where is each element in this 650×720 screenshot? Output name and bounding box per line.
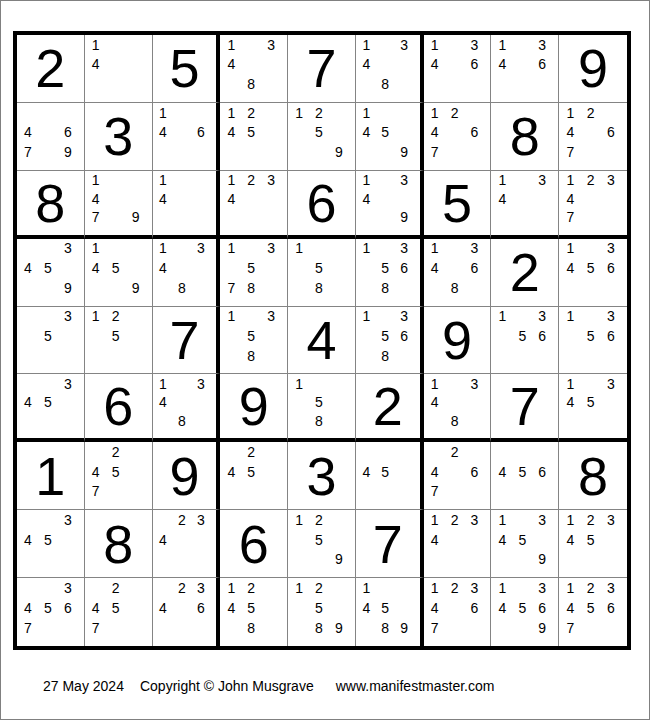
pencil-mark-4: 4 — [431, 601, 439, 615]
solved-digit: 8 — [510, 109, 540, 163]
cell-r7c1[interactable]: 1 — [17, 442, 85, 510]
cell-r1c3[interactable]: 5 — [153, 35, 221, 103]
pencil-mark-5: 5 — [315, 125, 323, 139]
pencil-mark-5: 5 — [44, 601, 52, 615]
cell-r6c3[interactable]: 1348 — [153, 374, 221, 442]
cell-r3c2[interactable]: 1479 — [85, 171, 153, 239]
pencil-marks: 1479 — [85, 171, 152, 235]
cell-r2c4[interactable]: 1245 — [220, 103, 288, 171]
pencil-mark-8: 8 — [247, 621, 255, 635]
pencil-mark-2: 2 — [112, 309, 120, 323]
cell-r3c7[interactable]: 5 — [424, 171, 492, 239]
cell-r7c3[interactable]: 9 — [153, 442, 221, 510]
pencil-mark-8: 8 — [381, 77, 389, 91]
pencil-mark-7: 7 — [566, 621, 574, 635]
cell-r6c2[interactable]: 6 — [85, 374, 153, 442]
pencil-mark-3: 3 — [607, 309, 615, 323]
pencil-mark-4: 4 — [362, 601, 370, 615]
pencil-mark-4: 4 — [566, 192, 574, 206]
pencil-mark-8: 8 — [247, 77, 255, 91]
pencil-mark-1: 1 — [295, 581, 303, 595]
pencil-mark-1: 1 — [362, 309, 370, 323]
cell-r4c7[interactable]: 13468 — [424, 239, 492, 307]
pencil-mark-6: 6 — [607, 261, 615, 275]
cell-r3c5[interactable]: 6 — [288, 171, 356, 239]
pencil-mark-9: 9 — [400, 210, 408, 224]
pencil-mark-4: 4 — [566, 395, 574, 409]
pencil-mark-5: 5 — [381, 465, 389, 479]
cell-r9c3[interactable]: 2346 — [153, 578, 221, 646]
pencil-mark-9: 9 — [538, 621, 546, 635]
pencil-mark-1: 1 — [566, 241, 574, 255]
cell-r7c9[interactable]: 8 — [559, 442, 627, 510]
pencil-mark-2: 2 — [451, 513, 459, 527]
pencil-mark-5: 5 — [112, 329, 120, 343]
pencil-mark-1: 1 — [227, 581, 235, 595]
pencil-mark-4: 4 — [362, 192, 370, 206]
pencil-mark-6: 6 — [400, 329, 408, 343]
solved-digit: 6 — [306, 176, 336, 230]
pencil-marks: 14 — [153, 171, 217, 235]
pencil-mark-5: 5 — [518, 465, 526, 479]
pencil-marks: 12347 — [559, 171, 627, 235]
pencil-mark-7: 7 — [24, 621, 32, 635]
cell-r2c1[interactable]: 4679 — [17, 103, 85, 171]
cell-r3c1[interactable]: 8 — [17, 171, 85, 239]
pencil-marks: 158 — [288, 374, 355, 438]
pencil-mark-2: 2 — [587, 581, 595, 595]
pencil-mark-5: 5 — [247, 261, 255, 275]
solved-digit: 7 — [306, 41, 336, 95]
pencil-mark-2: 2 — [451, 581, 459, 595]
pencil-mark-1: 1 — [499, 173, 507, 187]
cell-r8c8[interactable]: 13459 — [491, 510, 559, 578]
pencil-mark-8: 8 — [315, 621, 323, 635]
cell-r3c9[interactable]: 12347 — [559, 171, 627, 239]
cell-r8c3[interactable]: 234 — [153, 510, 221, 578]
pencil-mark-8: 8 — [247, 281, 255, 295]
pencil-marks: 12589 — [288, 578, 355, 646]
cell-r2c6[interactable]: 1459 — [356, 103, 424, 171]
solved-digit: 7 — [510, 379, 540, 433]
pencil-mark-1: 1 — [362, 173, 370, 187]
pencil-mark-1: 1 — [362, 38, 370, 52]
pencil-mark-1: 1 — [362, 241, 370, 255]
pencil-mark-5: 5 — [315, 261, 323, 275]
cell-r5c9[interactable]: 1356 — [559, 307, 627, 375]
pencil-mark-3: 3 — [471, 513, 479, 527]
pencil-mark-6: 6 — [538, 465, 546, 479]
pencil-marks: 1234567 — [559, 578, 627, 646]
pencil-mark-4: 4 — [227, 601, 235, 615]
pencil-mark-9: 9 — [400, 145, 408, 159]
pencil-marks: 1358 — [220, 307, 287, 374]
pencil-mark-1: 1 — [92, 309, 100, 323]
cell-r3c6[interactable]: 1349 — [356, 171, 424, 239]
solved-digit: 9 — [442, 313, 472, 367]
footer-date: 27 May 2024 — [43, 678, 124, 694]
pencil-mark-6: 6 — [64, 125, 72, 139]
cell-r6c1[interactable]: 345 — [17, 374, 85, 442]
pencil-mark-5: 5 — [518, 533, 526, 547]
pencil-mark-6: 6 — [197, 125, 205, 139]
pencil-mark-1: 1 — [499, 581, 507, 595]
cell-r5c5[interactable]: 4 — [288, 307, 356, 375]
pencil-marks: 14 — [85, 35, 152, 102]
pencil-mark-4: 4 — [159, 395, 167, 409]
pencil-mark-8: 8 — [247, 349, 255, 363]
pencil-mark-8: 8 — [178, 281, 186, 295]
pencil-mark-5: 5 — [112, 601, 120, 615]
pencil-mark-1: 1 — [227, 173, 235, 187]
pencil-mark-1: 1 — [227, 38, 235, 52]
pencil-mark-3: 3 — [64, 377, 72, 391]
pencil-marks: 1234 — [424, 510, 491, 577]
pencil-mark-6: 6 — [471, 57, 479, 71]
pencil-mark-4: 4 — [24, 261, 32, 275]
pencil-mark-4: 4 — [24, 533, 32, 547]
cell-r4c6[interactable]: 13568 — [356, 239, 424, 307]
pencil-mark-9: 9 — [335, 621, 343, 635]
pencil-mark-2: 2 — [315, 106, 323, 120]
pencil-mark-8: 8 — [451, 414, 459, 428]
pencil-marks: 1259 — [288, 103, 355, 170]
cell-r4c3[interactable]: 1348 — [153, 239, 221, 307]
pencil-mark-4: 4 — [499, 192, 507, 206]
pencil-mark-4: 4 — [24, 395, 32, 409]
pencil-mark-9: 9 — [64, 281, 72, 295]
pencil-mark-4: 4 — [499, 465, 507, 479]
solved-digit: 8 — [103, 517, 133, 571]
puzzle-page: 2145134871348134613469467931461245125914… — [0, 0, 650, 720]
cell-r1c7[interactable]: 1346 — [424, 35, 492, 103]
pencil-mark-9: 9 — [538, 552, 546, 566]
pencil-mark-7: 7 — [566, 145, 574, 159]
pencil-mark-3: 3 — [471, 377, 479, 391]
cell-r4c2[interactable]: 1459 — [85, 239, 153, 307]
cell-r2c9[interactable]: 12467 — [559, 103, 627, 171]
pencil-marks: 13578 — [220, 239, 287, 306]
pencil-mark-7: 7 — [431, 484, 439, 498]
solved-digit: 8 — [578, 449, 608, 503]
pencil-marks: 1348 — [356, 35, 420, 102]
pencil-mark-2: 2 — [247, 445, 255, 459]
cell-r3c8[interactable]: 134 — [491, 171, 559, 239]
pencil-mark-3: 3 — [400, 241, 408, 255]
cell-r7c2[interactable]: 2457 — [85, 442, 153, 510]
pencil-mark-1: 1 — [499, 513, 507, 527]
cell-r5c4[interactable]: 1358 — [220, 307, 288, 375]
cell-r7c5[interactable]: 3 — [288, 442, 356, 510]
cell-r9c5[interactable]: 12589 — [288, 578, 356, 646]
cell-r1c9[interactable]: 9 — [559, 35, 627, 103]
pencil-mark-3: 3 — [267, 241, 275, 255]
cell-r4c9[interactable]: 13456 — [559, 239, 627, 307]
pencil-mark-1: 1 — [431, 513, 439, 527]
cell-r5c6[interactable]: 13568 — [356, 307, 424, 375]
pencil-marks: 13456 — [559, 239, 627, 306]
pencil-marks: 1459 — [356, 103, 420, 170]
pencil-marks: 1346 — [424, 35, 491, 102]
pencil-mark-2: 2 — [315, 513, 323, 527]
pencil-mark-6: 6 — [471, 465, 479, 479]
pencil-mark-1: 1 — [159, 241, 167, 255]
pencil-mark-5: 5 — [112, 465, 120, 479]
pencil-mark-4: 4 — [362, 125, 370, 139]
footer-copyright: Copyright © John Musgrave — [140, 678, 314, 694]
pencil-marks: 13468 — [424, 239, 491, 306]
pencil-mark-4: 4 — [159, 261, 167, 275]
cell-r9c7[interactable]: 123467 — [424, 578, 492, 646]
pencil-marks: 2457 — [85, 578, 152, 646]
pencil-mark-5: 5 — [315, 395, 323, 409]
pencil-marks: 12467 — [424, 103, 491, 170]
pencil-mark-2: 2 — [178, 513, 186, 527]
cell-r4c8[interactable]: 2 — [491, 239, 559, 307]
pencil-mark-3: 3 — [267, 309, 275, 323]
pencil-mark-1: 1 — [295, 241, 303, 255]
cell-r4c1[interactable]: 3459 — [17, 239, 85, 307]
cell-r1c1[interactable]: 2 — [17, 35, 85, 103]
pencil-marks: 1459 — [85, 239, 152, 306]
cell-r3c3[interactable]: 14 — [153, 171, 221, 239]
pencil-mark-1: 1 — [159, 173, 167, 187]
cell-r8c4[interactable]: 6 — [220, 510, 288, 578]
pencil-mark-1: 1 — [566, 377, 574, 391]
cell-r1c6[interactable]: 1348 — [356, 35, 424, 103]
pencil-mark-5: 5 — [247, 125, 255, 139]
pencil-marks: 245 — [220, 442, 287, 509]
pencil-marks: 234 — [153, 510, 217, 577]
cell-r2c3[interactable]: 146 — [153, 103, 221, 171]
pencil-marks: 12458 — [220, 578, 287, 646]
pencil-mark-4: 4 — [362, 465, 370, 479]
pencil-mark-3: 3 — [538, 309, 546, 323]
pencil-mark-4: 4 — [499, 601, 507, 615]
cell-r7c7[interactable]: 2467 — [424, 442, 492, 510]
pencil-marks: 134 — [491, 171, 558, 235]
pencil-mark-5: 5 — [247, 329, 255, 343]
cell-r2c7[interactable]: 12467 — [424, 103, 492, 171]
pencil-marks: 14589 — [356, 578, 420, 646]
pencil-marks: 134569 — [491, 578, 558, 646]
cell-r7c8[interactable]: 456 — [491, 442, 559, 510]
pencil-mark-7: 7 — [92, 621, 100, 635]
cell-r8c7[interactable]: 1234 — [424, 510, 492, 578]
pencil-mark-3: 3 — [197, 377, 205, 391]
pencil-marks: 2467 — [424, 442, 491, 509]
pencil-mark-1: 1 — [92, 241, 100, 255]
pencil-mark-3: 3 — [64, 309, 72, 323]
pencil-marks: 2457 — [85, 442, 152, 509]
pencil-mark-4: 4 — [431, 57, 439, 71]
solved-digit: 5 — [169, 41, 199, 95]
sudoku-board: 2145134871348134613469467931461245125914… — [13, 31, 631, 650]
pencil-mark-5: 5 — [518, 329, 526, 343]
cell-r2c2[interactable]: 3 — [85, 103, 153, 171]
pencil-marks: 146 — [153, 103, 217, 170]
pencil-mark-5: 5 — [587, 395, 595, 409]
cell-r6c4[interactable]: 9 — [220, 374, 288, 442]
pencil-mark-4: 4 — [499, 533, 507, 547]
cell-r6c9[interactable]: 1345 — [559, 374, 627, 442]
pencil-marks: 12345 — [559, 510, 627, 577]
cell-r6c7[interactable]: 1348 — [424, 374, 492, 442]
pencil-mark-6: 6 — [64, 601, 72, 615]
pencil-mark-4: 4 — [227, 465, 235, 479]
pencil-mark-3: 3 — [64, 241, 72, 255]
pencil-mark-3: 3 — [538, 513, 546, 527]
cell-r9c1[interactable]: 34567 — [17, 578, 85, 646]
solved-digit: 9 — [239, 379, 269, 433]
cell-r8c1[interactable]: 345 — [17, 510, 85, 578]
cell-r6c5[interactable]: 158 — [288, 374, 356, 442]
pencil-marks: 4679 — [17, 103, 84, 170]
pencil-marks: 13459 — [491, 510, 558, 577]
pencil-mark-1: 1 — [566, 173, 574, 187]
cell-r2c5[interactable]: 1259 — [288, 103, 356, 171]
pencil-mark-9: 9 — [335, 552, 343, 566]
solved-digit: 3 — [306, 449, 336, 503]
pencil-mark-3: 3 — [607, 173, 615, 187]
pencil-mark-6: 6 — [607, 329, 615, 343]
cell-r4c4[interactable]: 13578 — [220, 239, 288, 307]
pencil-mark-1: 1 — [431, 106, 439, 120]
pencil-mark-4: 4 — [92, 261, 100, 275]
pencil-mark-7: 7 — [227, 281, 235, 295]
pencil-marks: 13568 — [356, 307, 420, 374]
pencil-mark-7: 7 — [24, 145, 32, 159]
pencil-mark-5: 5 — [44, 329, 52, 343]
pencil-mark-4: 4 — [431, 125, 439, 139]
pencil-mark-2: 2 — [112, 445, 120, 459]
cell-r1c4[interactable]: 1348 — [220, 35, 288, 103]
pencil-mark-8: 8 — [381, 621, 389, 635]
pencil-mark-1: 1 — [92, 38, 100, 52]
pencil-mark-3: 3 — [538, 173, 546, 187]
solved-digit: 6 — [239, 517, 269, 571]
cell-r8c9[interactable]: 12345 — [559, 510, 627, 578]
pencil-mark-2: 2 — [451, 445, 459, 459]
pencil-mark-6: 6 — [400, 261, 408, 275]
pencil-mark-4: 4 — [566, 261, 574, 275]
cell-r3c4[interactable]: 1234 — [220, 171, 288, 239]
pencil-marks: 1348 — [153, 239, 217, 306]
pencil-mark-5: 5 — [381, 261, 389, 275]
solved-digit: 9 — [169, 449, 199, 503]
cell-r5c2[interactable]: 125 — [85, 307, 153, 375]
pencil-mark-1: 1 — [362, 106, 370, 120]
pencil-marks: 35 — [17, 307, 84, 374]
cell-r5c7[interactable]: 9 — [424, 307, 492, 375]
pencil-mark-4: 4 — [92, 57, 100, 71]
pencil-marks: 345 — [17, 510, 84, 577]
pencil-mark-4: 4 — [92, 192, 100, 206]
pencil-mark-1: 1 — [566, 309, 574, 323]
pencil-mark-5: 5 — [381, 125, 389, 139]
pencil-mark-2: 2 — [315, 581, 323, 595]
pencil-marks: 158 — [288, 239, 355, 306]
cell-r4c5[interactable]: 158 — [288, 239, 356, 307]
cell-r9c8[interactable]: 134569 — [491, 578, 559, 646]
cell-r5c3[interactable]: 7 — [153, 307, 221, 375]
pencil-mark-2: 2 — [112, 581, 120, 595]
cell-r1c5[interactable]: 7 — [288, 35, 356, 103]
pencil-mark-1: 1 — [566, 581, 574, 595]
pencil-mark-3: 3 — [400, 38, 408, 52]
cell-r1c2[interactable]: 14 — [85, 35, 153, 103]
pencil-marks: 1259 — [288, 510, 355, 577]
cell-r7c6[interactable]: 45 — [356, 442, 424, 510]
pencil-mark-5: 5 — [381, 329, 389, 343]
cell-r9c2[interactable]: 2457 — [85, 578, 153, 646]
pencil-mark-3: 3 — [607, 581, 615, 595]
pencil-marks: 1348 — [424, 374, 491, 438]
cell-r1c8[interactable]: 1346 — [491, 35, 559, 103]
pencil-mark-5: 5 — [112, 261, 120, 275]
pencil-marks: 1348 — [220, 35, 287, 102]
pencil-mark-2: 2 — [451, 106, 459, 120]
pencil-mark-3: 3 — [197, 241, 205, 255]
cell-r9c4[interactable]: 12458 — [220, 578, 288, 646]
pencil-mark-4: 4 — [431, 533, 439, 547]
cell-r7c4[interactable]: 245 — [220, 442, 288, 510]
cell-r9c9[interactable]: 1234567 — [559, 578, 627, 646]
cell-r6c8[interactable]: 7 — [491, 374, 559, 442]
pencil-mark-4: 4 — [24, 601, 32, 615]
solved-digit: 2 — [373, 379, 403, 433]
cell-r8c5[interactable]: 1259 — [288, 510, 356, 578]
cell-r8c2[interactable]: 8 — [85, 510, 153, 578]
cell-r6c6[interactable]: 2 — [356, 374, 424, 442]
pencil-mark-1: 1 — [295, 377, 303, 391]
pencil-mark-8: 8 — [315, 414, 323, 428]
cell-r9c6[interactable]: 14589 — [356, 578, 424, 646]
solved-digit: 4 — [306, 313, 336, 367]
pencil-mark-4: 4 — [566, 125, 574, 139]
pencil-mark-6: 6 — [471, 261, 479, 275]
pencil-mark-3: 3 — [400, 309, 408, 323]
cell-r5c8[interactable]: 1356 — [491, 307, 559, 375]
pencil-mark-1: 1 — [499, 38, 507, 52]
pencil-mark-3: 3 — [607, 513, 615, 527]
cell-r2c8[interactable]: 8 — [491, 103, 559, 171]
pencil-mark-4: 4 — [92, 601, 100, 615]
solved-digit: 3 — [103, 109, 133, 163]
pencil-mark-6: 6 — [538, 601, 546, 615]
solved-digit: 7 — [169, 313, 199, 367]
cell-r5c1[interactable]: 35 — [17, 307, 85, 375]
pencil-mark-4: 4 — [227, 57, 235, 71]
pencil-mark-9: 9 — [132, 281, 140, 295]
cell-r8c6[interactable]: 7 — [356, 510, 424, 578]
pencil-mark-5: 5 — [315, 601, 323, 615]
pencil-mark-7: 7 — [566, 210, 574, 224]
pencil-mark-5: 5 — [587, 261, 595, 275]
pencil-mark-5: 5 — [247, 601, 255, 615]
pencil-mark-2: 2 — [587, 173, 595, 187]
pencil-mark-1: 1 — [159, 377, 167, 391]
pencil-mark-6: 6 — [607, 601, 615, 615]
pencil-mark-6: 6 — [607, 125, 615, 139]
pencil-mark-2: 2 — [587, 513, 595, 527]
pencil-mark-1: 1 — [431, 377, 439, 391]
pencil-mark-3: 3 — [607, 241, 615, 255]
pencil-marks: 34567 — [17, 578, 84, 646]
pencil-marks: 45 — [356, 442, 420, 509]
pencil-marks: 1356 — [559, 307, 627, 374]
pencil-mark-5: 5 — [44, 533, 52, 547]
